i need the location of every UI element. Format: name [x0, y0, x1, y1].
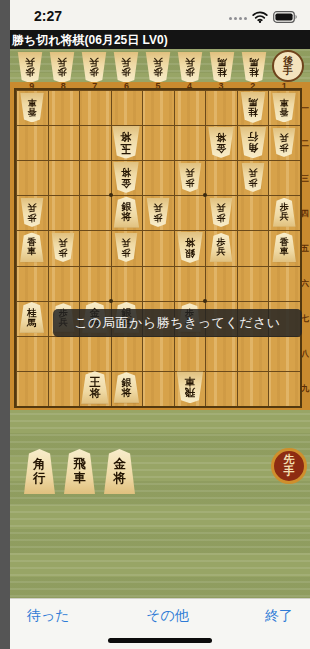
square-7-六[interactable]	[79, 266, 111, 301]
square-8-一[interactable]	[48, 90, 80, 125]
other-menu-button[interactable]: その他	[146, 607, 189, 625]
square-1-一[interactable]: 香車	[268, 90, 300, 125]
square-7-四[interactable]	[79, 195, 111, 230]
square-3-五[interactable]: 歩兵	[205, 230, 237, 265]
status-icons	[229, 9, 298, 27]
piece-金将-gote[interactable]: 金将	[208, 127, 235, 158]
square-4-一[interactable]	[174, 90, 206, 125]
square-5-三[interactable]	[142, 160, 174, 195]
square-5-一[interactable]	[142, 90, 174, 125]
square-1-四[interactable]: 歩兵	[268, 195, 300, 230]
rank-label-三: 三	[300, 173, 310, 184]
square-6-三[interactable]: 金将	[111, 160, 143, 195]
page-title: 勝ち切れ将棋(06月25日 LV0)	[10, 30, 310, 49]
square-3-六[interactable]	[205, 266, 237, 301]
piece-歩兵-gote[interactable]: 歩兵	[114, 233, 138, 262]
star-point	[109, 193, 113, 197]
square-7-三[interactable]	[79, 160, 111, 195]
undo-button[interactable]: 待った	[27, 607, 70, 625]
star-point	[109, 299, 113, 303]
piece-香車-gote[interactable]: 香車	[272, 92, 297, 122]
square-4-八[interactable]	[174, 336, 206, 371]
square-3-九[interactable]	[205, 371, 237, 406]
square-8-九[interactable]	[48, 371, 80, 406]
piece-飛車-gote[interactable]: 飛車	[176, 372, 204, 404]
square-8-二[interactable]	[48, 125, 80, 160]
square-6-二[interactable]: 玉将	[111, 125, 143, 160]
square-6-五[interactable]: 歩兵	[111, 230, 143, 265]
sente-badge: 先手	[271, 448, 307, 484]
square-8-三[interactable]	[48, 160, 80, 195]
quit-button[interactable]: 終了	[265, 607, 293, 625]
bottom-bar: 待った その他 終了	[10, 598, 310, 649]
square-5-五[interactable]	[142, 230, 174, 265]
piece-歩兵-sente[interactable]: 歩兵	[272, 198, 296, 227]
piece-銀将-gote[interactable]: 銀将	[176, 232, 203, 263]
square-1-六[interactable]	[268, 266, 300, 301]
star-point	[203, 193, 207, 197]
square-5-二[interactable]	[142, 125, 174, 160]
square-1-八[interactable]	[268, 336, 300, 371]
piece-歩兵-gote[interactable]: 歩兵	[20, 198, 44, 227]
piece-金将-gote[interactable]: 金将	[113, 162, 140, 193]
square-4-九[interactable]: 飛車	[174, 371, 206, 406]
cellular-signal-icon	[229, 17, 247, 20]
square-2-九[interactable]	[237, 371, 269, 406]
square-3-二[interactable]: 金将	[205, 125, 237, 160]
square-9-八[interactable]	[16, 336, 48, 371]
square-5-四[interactable]: 歩兵	[142, 195, 174, 230]
square-9-四[interactable]: 歩兵	[16, 195, 48, 230]
piece-歩兵-gote[interactable]: 歩兵	[272, 128, 296, 157]
square-9-九[interactable]	[16, 371, 48, 406]
square-3-四[interactable]: 歩兵	[205, 195, 237, 230]
square-4-二[interactable]	[174, 125, 206, 160]
piece-銀将-sente[interactable]: 銀将	[113, 372, 140, 403]
square-8-六[interactable]	[48, 266, 80, 301]
app-screen: 2:27 勝ち切れ将棋(06月25日 LV0)	[10, 0, 310, 649]
square-3-一[interactable]	[205, 90, 237, 125]
piece-歩兵-gote[interactable]: 歩兵	[209, 198, 233, 227]
status-bar: 2:27	[10, 0, 310, 30]
piece-歩兵-gote[interactable]: 歩兵	[146, 198, 170, 227]
battery-icon	[273, 9, 298, 27]
title-bar: 勝ち切れ将棋(06月25日 LV0)	[10, 30, 310, 49]
square-9-三[interactable]	[16, 160, 48, 195]
square-8-八[interactable]	[48, 336, 80, 371]
square-9-五[interactable]: 香車	[16, 230, 48, 265]
home-indicator[interactable]	[108, 638, 212, 643]
square-2-三[interactable]: 歩兵	[237, 160, 269, 195]
square-5-八[interactable]	[142, 336, 174, 371]
rank-label-二: 二	[300, 138, 310, 149]
square-5-九[interactable]	[142, 371, 174, 406]
square-1-五[interactable]: 香車	[268, 230, 300, 265]
square-7-九[interactable]: 王将	[79, 371, 111, 406]
square-7-一[interactable]	[79, 90, 111, 125]
piece-歩兵-gote[interactable]: 歩兵	[241, 163, 265, 192]
rank-label-八: 八	[300, 348, 310, 359]
square-7-八[interactable]	[79, 336, 111, 371]
square-3-三[interactable]	[205, 160, 237, 195]
piece-銀将-sente[interactable]: 銀将	[113, 197, 140, 228]
piece-歩兵-gote[interactable]: 歩兵	[51, 233, 75, 262]
square-7-五[interactable]	[79, 230, 111, 265]
square-6-一[interactable]	[111, 90, 143, 125]
rank-label-四: 四	[300, 208, 310, 219]
toolbar: 待った その他 終了	[10, 599, 310, 633]
square-4-三[interactable]: 歩兵	[174, 160, 206, 195]
rank-label-六: 六	[300, 278, 310, 289]
rank-label-九: 九	[300, 383, 310, 394]
square-2-二[interactable]: 角行	[237, 125, 269, 160]
square-1-二[interactable]: 歩兵	[268, 125, 300, 160]
square-6-四[interactable]: 銀将	[111, 195, 143, 230]
square-5-六[interactable]	[142, 266, 174, 301]
square-3-八[interactable]	[205, 336, 237, 371]
square-6-九[interactable]: 銀将	[111, 371, 143, 406]
square-4-四[interactable]	[174, 195, 206, 230]
square-9-一[interactable]: 香車	[16, 90, 48, 125]
square-6-八[interactable]	[111, 336, 143, 371]
piece-桂馬-sente[interactable]: 桂馬	[19, 302, 45, 333]
clock: 2:27	[34, 8, 62, 24]
piece-王将-sente[interactable]: 王将	[80, 371, 109, 404]
square-2-一[interactable]: 桂馬	[237, 90, 269, 125]
square-4-五[interactable]: 銀将	[174, 230, 206, 265]
piece-桂馬-gote[interactable]: 桂馬	[240, 91, 266, 122]
piece-角行-gote[interactable]: 角行	[239, 126, 267, 158]
square-4-六[interactable]	[174, 266, 206, 301]
square-1-三[interactable]	[268, 160, 300, 195]
square-2-五[interactable]	[237, 230, 269, 265]
rank-label-五: 五	[300, 243, 310, 254]
square-7-二[interactable]	[79, 125, 111, 160]
square-9-二[interactable]	[16, 125, 48, 160]
instruction-toast: この局面から勝ちきってください	[53, 309, 302, 337]
square-1-九[interactable]	[268, 371, 300, 406]
gote-badge: 後手	[272, 50, 304, 82]
star-point	[203, 299, 207, 303]
square-6-六[interactable]	[111, 266, 143, 301]
square-8-五[interactable]: 歩兵	[48, 230, 80, 265]
square-9-七[interactable]: 桂馬	[16, 301, 48, 336]
square-9-六[interactable]	[16, 266, 48, 301]
piece-香車-sente[interactable]: 香車	[272, 232, 297, 262]
square-2-八[interactable]	[237, 336, 269, 371]
piece-玉将-gote[interactable]: 玉将	[112, 125, 141, 158]
wifi-icon	[252, 9, 268, 27]
piece-歩兵-sente[interactable]: 歩兵	[209, 233, 233, 262]
rank-label-一: 一	[300, 103, 310, 114]
piece-香車-sente[interactable]: 香車	[19, 232, 44, 262]
piece-香車-gote[interactable]: 香車	[19, 92, 44, 122]
piece-歩兵-gote[interactable]: 歩兵	[178, 163, 202, 192]
shogi-board[interactable]: 香車桂馬香車玉将金将角行歩兵金将歩兵歩兵歩兵銀将歩兵歩兵歩兵香車歩兵歩兵銀将歩兵…	[16, 90, 300, 406]
square-2-四[interactable]	[237, 195, 269, 230]
square-8-四[interactable]	[48, 195, 80, 230]
square-2-六[interactable]	[237, 266, 269, 301]
